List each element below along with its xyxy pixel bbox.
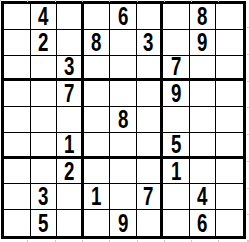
cell-r4c6[interactable]	[137, 81, 164, 107]
spreadsheet-gridline-tick	[247, 188, 249, 189]
cell-r9c1[interactable]	[4, 210, 31, 236]
cell-r7c3[interactable]: 2	[57, 159, 84, 185]
cell-r3c5[interactable]	[110, 56, 137, 82]
given-digit: 4	[197, 184, 207, 210]
cell-r4c1[interactable]	[4, 81, 31, 107]
given-digit: 3	[143, 30, 153, 56]
given-digit: 5	[171, 133, 181, 158]
cell-r5c5[interactable]: 8	[110, 107, 137, 133]
cell-r8c2[interactable]: 3	[31, 184, 58, 210]
given-digit: 8	[197, 4, 207, 30]
cell-r8c9[interactable]	[216, 184, 243, 210]
given-digit: 1	[91, 184, 101, 210]
cell-r8c8[interactable]: 4	[190, 184, 217, 210]
cell-r9c5[interactable]: 9	[110, 210, 137, 236]
cell-r8c1[interactable]	[4, 184, 31, 210]
cell-r3c8[interactable]	[190, 56, 217, 82]
spreadsheet-gridline-tick	[247, 107, 249, 108]
cell-r2c6[interactable]: 3	[137, 30, 164, 56]
cell-r6c9[interactable]	[216, 133, 243, 159]
sudoku-grid: 46828393779815213174596	[4, 4, 243, 236]
cell-r5c6[interactable]	[137, 107, 164, 133]
cell-r3c3[interactable]: 3	[57, 56, 84, 82]
given-digit: 5	[38, 210, 48, 236]
cell-r6c8[interactable]	[190, 133, 217, 159]
cell-r5c7[interactable]	[163, 107, 190, 133]
cell-r1c6[interactable]	[137, 4, 164, 30]
cell-r4c5[interactable]	[110, 81, 137, 107]
cell-r2c9[interactable]	[216, 30, 243, 56]
cell-r9c7[interactable]	[163, 210, 190, 236]
given-digit: 3	[64, 56, 74, 81]
cell-r8c5[interactable]	[110, 184, 137, 210]
given-digit: 7	[143, 184, 153, 210]
cell-r7c2[interactable]	[31, 159, 58, 185]
cell-r9c9[interactable]	[216, 210, 243, 236]
cell-r1c3[interactable]	[57, 4, 84, 30]
cell-r7c9[interactable]	[216, 159, 243, 185]
cell-r2c4[interactable]: 8	[84, 30, 111, 56]
cell-r7c4[interactable]	[84, 159, 111, 185]
cell-r2c8[interactable]: 9	[190, 30, 217, 56]
cell-r5c1[interactable]	[4, 107, 31, 133]
given-digit: 8	[91, 30, 101, 56]
cell-r5c8[interactable]	[190, 107, 217, 133]
cell-r3c9[interactable]	[216, 56, 243, 82]
cell-r1c8[interactable]: 8	[190, 4, 217, 30]
cell-r1c5[interactable]: 6	[110, 4, 137, 30]
cell-r7c1[interactable]	[4, 159, 31, 185]
cell-r4c3[interactable]: 7	[57, 81, 84, 107]
given-digit: 2	[38, 30, 48, 56]
cell-r6c2[interactable]	[31, 133, 58, 159]
sudoku-board: 46828393779815213174596	[1, 1, 246, 239]
cell-r4c9[interactable]	[216, 81, 243, 107]
spreadsheet-gridline-tick	[247, 27, 249, 28]
given-digit: 6	[118, 4, 128, 30]
spreadsheet-gridline-tick	[247, 161, 249, 162]
cell-r7c8[interactable]	[190, 159, 217, 185]
given-digit: 8	[118, 107, 128, 133]
given-digit: 9	[197, 30, 207, 56]
given-digit: 6	[197, 210, 207, 236]
cell-r9c6[interactable]	[137, 210, 164, 236]
cell-r5c2[interactable]	[31, 107, 58, 133]
cell-r1c2[interactable]: 4	[31, 4, 58, 30]
cell-r4c2[interactable]	[31, 81, 58, 107]
given-digit: 4	[38, 4, 48, 30]
cell-r5c4[interactable]	[84, 107, 111, 133]
cell-r2c1[interactable]	[4, 30, 31, 56]
given-digit: 1	[64, 133, 74, 158]
spreadsheet-gridline-tick	[247, 81, 249, 82]
cell-r2c5[interactable]	[110, 30, 137, 56]
cell-r3c2[interactable]	[31, 56, 58, 82]
given-digit: 7	[64, 81, 74, 107]
cell-r7c6[interactable]	[137, 159, 164, 185]
cell-r1c7[interactable]	[163, 4, 190, 30]
sudoku-screenshot: 46828393779815213174596	[0, 0, 249, 242]
cell-r8c6[interactable]: 7	[137, 184, 164, 210]
cell-r6c5[interactable]	[110, 133, 137, 159]
cell-r2c3[interactable]	[57, 30, 84, 56]
cell-r7c7[interactable]: 1	[163, 159, 190, 185]
cell-r8c7[interactable]	[163, 184, 190, 210]
cell-r1c1[interactable]	[4, 4, 31, 30]
cell-r6c7[interactable]: 5	[163, 133, 190, 159]
cell-r6c1[interactable]	[4, 133, 31, 159]
given-digit: 3	[38, 184, 48, 210]
spreadsheet-gridline-tick	[247, 214, 249, 215]
cell-r8c4[interactable]: 1	[84, 184, 111, 210]
cell-r1c4[interactable]	[84, 4, 111, 30]
cell-r5c3[interactable]	[57, 107, 84, 133]
cell-r9c4[interactable]	[84, 210, 111, 236]
spreadsheet-gridline-tick	[247, 134, 249, 135]
cell-r6c4[interactable]	[84, 133, 111, 159]
cell-r3c6[interactable]	[137, 56, 164, 82]
cell-r2c2[interactable]: 2	[31, 30, 58, 56]
cell-r8c3[interactable]	[57, 184, 84, 210]
cell-r3c7[interactable]: 7	[163, 56, 190, 82]
cell-r2c7[interactable]	[163, 30, 190, 56]
cell-r6c6[interactable]	[137, 133, 164, 159]
cell-r4c7[interactable]: 9	[163, 81, 190, 107]
cell-r5c9[interactable]	[216, 107, 243, 133]
cell-r4c4[interactable]	[84, 81, 111, 107]
cell-r3c1[interactable]	[4, 56, 31, 82]
cell-r9c8[interactable]: 6	[190, 210, 217, 236]
given-digit: 2	[64, 159, 74, 185]
cell-r6c3[interactable]: 1	[57, 133, 84, 159]
cell-r1c9[interactable]	[216, 4, 243, 30]
given-digit: 9	[118, 210, 128, 236]
cell-r9c2[interactable]: 5	[31, 210, 58, 236]
given-digit: 7	[171, 56, 181, 81]
cell-r9c3[interactable]	[57, 210, 84, 236]
given-digit: 9	[171, 81, 181, 107]
cell-r7c5[interactable]	[110, 159, 137, 185]
cell-r4c8[interactable]	[190, 81, 217, 107]
cell-r3c4[interactable]	[84, 56, 111, 82]
given-digit: 1	[171, 159, 181, 185]
spreadsheet-gridline-tick	[247, 54, 249, 55]
